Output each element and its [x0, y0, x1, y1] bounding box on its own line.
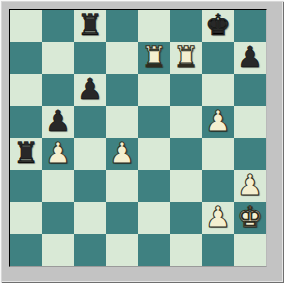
- square-h4[interactable]: [234, 138, 266, 170]
- square-c6[interactable]: ♟: [74, 74, 106, 106]
- square-b8[interactable]: [42, 10, 74, 42]
- square-f5[interactable]: [170, 106, 202, 138]
- square-f3[interactable]: [170, 170, 202, 202]
- square-a7[interactable]: [10, 42, 42, 74]
- square-a1[interactable]: [10, 234, 42, 266]
- square-c1[interactable]: [74, 234, 106, 266]
- white-pawn-piece[interactable]: ♟: [205, 203, 231, 232]
- square-b7[interactable]: [42, 42, 74, 74]
- black-pawn-piece[interactable]: ♟: [237, 43, 263, 72]
- square-h8[interactable]: [234, 10, 266, 42]
- square-e5[interactable]: [138, 106, 170, 138]
- square-b4[interactable]: ♟: [42, 138, 74, 170]
- square-e4[interactable]: [138, 138, 170, 170]
- square-a2[interactable]: [10, 202, 42, 234]
- square-h3[interactable]: ♟: [234, 170, 266, 202]
- square-g8[interactable]: ♚: [202, 10, 234, 42]
- square-d5[interactable]: [106, 106, 138, 138]
- square-c3[interactable]: [74, 170, 106, 202]
- square-f2[interactable]: [170, 202, 202, 234]
- square-h1[interactable]: [234, 234, 266, 266]
- white-king-piece[interactable]: ♚: [237, 203, 263, 232]
- square-g2[interactable]: ♟: [202, 202, 234, 234]
- square-g3[interactable]: [202, 170, 234, 202]
- square-e2[interactable]: [138, 202, 170, 234]
- square-e6[interactable]: [138, 74, 170, 106]
- square-f7[interactable]: ♜: [170, 42, 202, 74]
- square-d4[interactable]: ♟: [106, 138, 138, 170]
- square-b1[interactable]: [42, 234, 74, 266]
- square-b2[interactable]: [42, 202, 74, 234]
- square-h7[interactable]: ♟: [234, 42, 266, 74]
- black-king-piece[interactable]: ♚: [205, 11, 231, 40]
- white-pawn-piece[interactable]: ♟: [237, 171, 263, 200]
- square-d1[interactable]: [106, 234, 138, 266]
- square-c8[interactable]: ♜: [74, 10, 106, 42]
- square-a4[interactable]: ♜: [10, 138, 42, 170]
- square-f4[interactable]: [170, 138, 202, 170]
- square-g6[interactable]: [202, 74, 234, 106]
- square-e3[interactable]: [138, 170, 170, 202]
- square-g5[interactable]: ♟: [202, 106, 234, 138]
- square-h2[interactable]: ♚: [234, 202, 266, 234]
- white-rook-piece[interactable]: ♜: [173, 43, 199, 72]
- square-c5[interactable]: [74, 106, 106, 138]
- black-pawn-piece[interactable]: ♟: [45, 107, 71, 136]
- window-frame: ♜♚♜♜♟♟♟♟♜♟♟♟♟♚: [0, 0, 284, 283]
- square-a3[interactable]: [10, 170, 42, 202]
- square-a6[interactable]: [10, 74, 42, 106]
- square-c4[interactable]: [74, 138, 106, 170]
- square-e1[interactable]: [138, 234, 170, 266]
- square-f8[interactable]: [170, 10, 202, 42]
- square-h5[interactable]: [234, 106, 266, 138]
- square-a8[interactable]: [10, 10, 42, 42]
- square-c2[interactable]: [74, 202, 106, 234]
- square-g7[interactable]: [202, 42, 234, 74]
- square-a5[interactable]: [10, 106, 42, 138]
- square-f1[interactable]: [170, 234, 202, 266]
- white-rook-piece[interactable]: ♜: [141, 43, 167, 72]
- black-pawn-piece[interactable]: ♟: [77, 75, 103, 104]
- white-pawn-piece[interactable]: ♟: [45, 139, 71, 168]
- square-d2[interactable]: [106, 202, 138, 234]
- white-pawn-piece[interactable]: ♟: [109, 139, 135, 168]
- square-b5[interactable]: ♟: [42, 106, 74, 138]
- black-rook-piece[interactable]: ♜: [77, 11, 103, 40]
- square-f6[interactable]: [170, 74, 202, 106]
- square-h6[interactable]: [234, 74, 266, 106]
- white-pawn-piece[interactable]: ♟: [205, 107, 231, 136]
- square-g1[interactable]: [202, 234, 234, 266]
- square-b3[interactable]: [42, 170, 74, 202]
- square-g4[interactable]: [202, 138, 234, 170]
- black-rook-piece[interactable]: ♜: [13, 139, 39, 168]
- square-b6[interactable]: [42, 74, 74, 106]
- square-d3[interactable]: [106, 170, 138, 202]
- chess-board: ♜♚♜♜♟♟♟♟♜♟♟♟♟♚: [9, 9, 267, 267]
- square-e7[interactable]: ♜: [138, 42, 170, 74]
- square-d7[interactable]: [106, 42, 138, 74]
- square-d6[interactable]: [106, 74, 138, 106]
- square-d8[interactable]: [106, 10, 138, 42]
- square-e8[interactable]: [138, 10, 170, 42]
- square-c7[interactable]: [74, 42, 106, 74]
